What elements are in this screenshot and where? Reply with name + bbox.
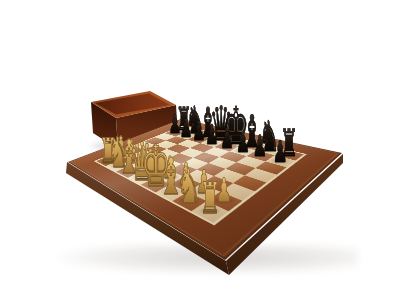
piece-h1-wR: ♜ xyxy=(199,177,221,220)
piece-contact-shadow xyxy=(159,173,181,181)
piece-contact-shadow xyxy=(145,180,167,188)
piece-contact-shadow xyxy=(232,147,252,154)
piece-f7-bP: ♟ xyxy=(235,128,249,157)
piece-d7-bP: ♟ xyxy=(205,121,219,148)
piece-contact-shadow xyxy=(279,151,300,158)
piece-contact-shadow xyxy=(175,180,197,188)
piece-contact-shadow xyxy=(259,146,280,153)
piece-f8-bB: ♝ xyxy=(241,110,263,155)
piece-g1-wN: ♞ xyxy=(177,162,201,211)
piece-contact-shadow xyxy=(192,187,215,195)
piece-contact-shadow xyxy=(198,131,217,138)
piece-f2-wP: ♟ xyxy=(178,159,194,191)
piece-d2-wP: ♟ xyxy=(148,147,163,177)
piece-b1-wN: ♞ xyxy=(107,132,128,174)
piece-c8-bB: ♝ xyxy=(197,101,218,143)
piece-contact-shadow xyxy=(111,152,131,159)
piece-contact-shadow xyxy=(226,138,246,145)
piece-contact-shadow xyxy=(108,162,128,169)
piece-contact-shadow xyxy=(121,156,141,163)
piece-a7-bP: ♟ xyxy=(169,112,182,138)
piece-contact-shadow xyxy=(175,126,193,132)
piece-contact-shadow xyxy=(119,167,140,174)
chess-set-photo: ♜♞♝♛♚♝♞♜♟♟♟♟♟♟♟♟♟♟♟♟♟♟♟♟♜♞♝♛♚♝♞♜ xyxy=(0,0,400,300)
pieces-layer: ♜♞♝♛♚♝♞♜♟♟♟♟♟♟♟♟♟♟♟♟♟♟♟♟♜♞♝♛♚♝♞♜ xyxy=(0,0,400,300)
piece-b7-bP: ♟ xyxy=(180,115,193,141)
piece-e8-bK: ♚ xyxy=(223,100,249,152)
piece-contact-shadow xyxy=(160,188,183,196)
piece-c2-wP: ♟ xyxy=(135,142,150,171)
piece-a8-bR: ♜ xyxy=(176,104,192,136)
piece-contact-shadow xyxy=(270,157,291,165)
piece-contact-shadow xyxy=(217,143,237,150)
piece-contact-shadow xyxy=(212,134,231,141)
piece-h2-wP: ♟ xyxy=(216,174,233,208)
piece-a1-wR: ♜ xyxy=(99,133,117,168)
piece-c7-bP: ♟ xyxy=(192,118,205,145)
piece-g8-bN: ♞ xyxy=(259,116,280,158)
piece-contact-shadow xyxy=(132,161,153,168)
piece-e2-wP: ♟ xyxy=(162,152,177,183)
piece-b8-bN: ♞ xyxy=(186,102,205,140)
piece-h8-bR: ♜ xyxy=(280,125,299,162)
piece-contact-shadow xyxy=(198,207,222,216)
piece-contact-shadow xyxy=(250,152,271,159)
piece-contact-shadow xyxy=(242,142,262,149)
piece-contact-shadow xyxy=(177,197,201,205)
piece-g7-bP: ♟ xyxy=(253,132,268,162)
piece-contact-shadow xyxy=(212,196,236,204)
piece-contact-shadow xyxy=(145,167,166,174)
piece-contact-shadow xyxy=(177,132,196,139)
piece-contact-shadow xyxy=(166,129,184,135)
piece-contact-shadow xyxy=(202,139,221,146)
piece-h7-bP: ♟ xyxy=(273,137,288,167)
piece-e1-wK: ♚ xyxy=(141,138,170,197)
piece-contact-shadow xyxy=(131,173,153,181)
piece-d1-wQ: ♛ xyxy=(128,135,155,188)
piece-f1-wB: ♝ xyxy=(159,151,185,202)
piece-a2-wP: ♟ xyxy=(114,133,128,161)
piece-c1-wB: ♝ xyxy=(117,134,140,181)
piece-b2-wP: ♟ xyxy=(124,137,138,165)
piece-contact-shadow xyxy=(186,128,204,134)
piece-d8-bQ: ♛ xyxy=(209,100,233,147)
piece-contact-shadow xyxy=(189,135,208,142)
piece-contact-shadow xyxy=(98,157,118,164)
piece-g2-wP: ♟ xyxy=(196,166,212,199)
piece-e7-bP: ♟ xyxy=(219,124,233,152)
